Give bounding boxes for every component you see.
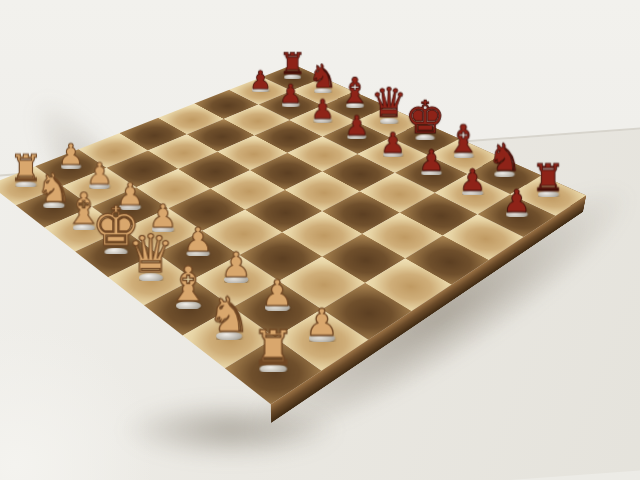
black-pawn-glyph: ♟: [480, 186, 553, 217]
table-highlight: [0, 330, 150, 480]
board-shadow-near: [120, 400, 340, 460]
photo-background: ♜♟♟♜♞♟♟♞♝♟♟♝♚♟♟♛♛♟♟♚♝♟♟♝♞♟♟♞♜♟♟♜: [0, 0, 640, 480]
white-rook-glyph: ♜: [228, 324, 319, 372]
square-e6[interactable]: [287, 137, 357, 172]
